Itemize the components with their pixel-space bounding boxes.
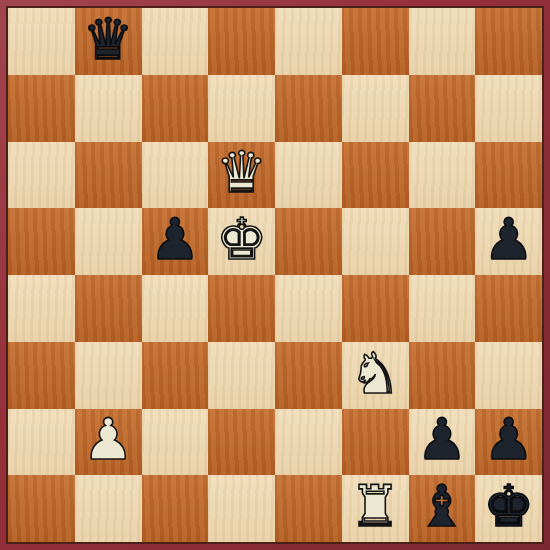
square-g7[interactable] bbox=[409, 75, 476, 142]
square-e4[interactable] bbox=[275, 275, 342, 342]
square-g1[interactable]: ♝ bbox=[409, 475, 476, 542]
square-d4[interactable] bbox=[208, 275, 275, 342]
square-d1[interactable] bbox=[208, 475, 275, 542]
square-b8[interactable]: ♛ bbox=[75, 8, 142, 75]
square-f2[interactable] bbox=[342, 409, 409, 476]
piece-black-pawn-g2[interactable]: ♟ bbox=[416, 411, 467, 468]
square-c8[interactable] bbox=[142, 8, 209, 75]
square-a1[interactable] bbox=[8, 475, 75, 542]
square-d2[interactable] bbox=[208, 409, 275, 476]
square-e8[interactable] bbox=[275, 8, 342, 75]
square-d8[interactable] bbox=[208, 8, 275, 75]
piece-black-pawn-h5[interactable]: ♟ bbox=[483, 211, 534, 268]
board-frame: ♛♛♟♚♟♞♟♟♟♜♝♚ bbox=[0, 0, 550, 550]
square-f4[interactable] bbox=[342, 275, 409, 342]
square-b5[interactable] bbox=[75, 208, 142, 275]
square-a8[interactable] bbox=[8, 8, 75, 75]
square-f3[interactable]: ♞ bbox=[342, 342, 409, 409]
square-c1[interactable] bbox=[142, 475, 209, 542]
square-f1[interactable]: ♜ bbox=[342, 475, 409, 542]
piece-black-pawn-c5[interactable]: ♟ bbox=[149, 211, 200, 268]
piece-white-pawn-b2[interactable]: ♟ bbox=[83, 411, 134, 468]
square-e2[interactable] bbox=[275, 409, 342, 476]
square-d6[interactable]: ♛ bbox=[208, 142, 275, 209]
square-b3[interactable] bbox=[75, 342, 142, 409]
square-a6[interactable] bbox=[8, 142, 75, 209]
square-d3[interactable] bbox=[208, 342, 275, 409]
piece-black-queen-b8[interactable]: ♛ bbox=[83, 11, 134, 68]
square-b1[interactable] bbox=[75, 475, 142, 542]
square-c4[interactable] bbox=[142, 275, 209, 342]
square-f7[interactable] bbox=[342, 75, 409, 142]
square-a3[interactable] bbox=[8, 342, 75, 409]
square-h1[interactable]: ♚ bbox=[475, 475, 542, 542]
square-h2[interactable]: ♟ bbox=[475, 409, 542, 476]
square-g3[interactable] bbox=[409, 342, 476, 409]
piece-white-king-d5[interactable]: ♚ bbox=[216, 211, 267, 268]
square-h6[interactable] bbox=[475, 142, 542, 209]
square-c7[interactable] bbox=[142, 75, 209, 142]
square-c3[interactable] bbox=[142, 342, 209, 409]
piece-black-bishop-g1[interactable]: ♝ bbox=[416, 478, 467, 535]
piece-black-pawn-h2[interactable]: ♟ bbox=[483, 411, 534, 468]
square-d7[interactable] bbox=[208, 75, 275, 142]
square-e6[interactable] bbox=[275, 142, 342, 209]
square-a7[interactable] bbox=[8, 75, 75, 142]
square-h3[interactable] bbox=[475, 342, 542, 409]
square-c5[interactable]: ♟ bbox=[142, 208, 209, 275]
piece-black-king-h1[interactable]: ♚ bbox=[483, 478, 534, 535]
square-a4[interactable] bbox=[8, 275, 75, 342]
square-f5[interactable] bbox=[342, 208, 409, 275]
square-f6[interactable] bbox=[342, 142, 409, 209]
square-e3[interactable] bbox=[275, 342, 342, 409]
square-f8[interactable] bbox=[342, 8, 409, 75]
square-b7[interactable] bbox=[75, 75, 142, 142]
piece-white-rook-f1[interactable]: ♜ bbox=[350, 478, 401, 535]
square-g4[interactable] bbox=[409, 275, 476, 342]
square-d5[interactable]: ♚ bbox=[208, 208, 275, 275]
square-c6[interactable] bbox=[142, 142, 209, 209]
square-g5[interactable] bbox=[409, 208, 476, 275]
piece-white-queen-d6[interactable]: ♛ bbox=[216, 144, 267, 201]
square-b2[interactable]: ♟ bbox=[75, 409, 142, 476]
square-e5[interactable] bbox=[275, 208, 342, 275]
square-b4[interactable] bbox=[75, 275, 142, 342]
square-g6[interactable] bbox=[409, 142, 476, 209]
square-h8[interactable] bbox=[475, 8, 542, 75]
square-h5[interactable]: ♟ bbox=[475, 208, 542, 275]
square-a5[interactable] bbox=[8, 208, 75, 275]
chess-board: ♛♛♟♚♟♞♟♟♟♜♝♚ bbox=[6, 6, 544, 544]
square-c2[interactable] bbox=[142, 409, 209, 476]
square-e1[interactable] bbox=[275, 475, 342, 542]
piece-white-knight-f3[interactable]: ♞ bbox=[350, 345, 401, 402]
square-h7[interactable] bbox=[475, 75, 542, 142]
square-b6[interactable] bbox=[75, 142, 142, 209]
square-a2[interactable] bbox=[8, 409, 75, 476]
square-h4[interactable] bbox=[475, 275, 542, 342]
square-e7[interactable] bbox=[275, 75, 342, 142]
square-g8[interactable] bbox=[409, 8, 476, 75]
square-g2[interactable]: ♟ bbox=[409, 409, 476, 476]
